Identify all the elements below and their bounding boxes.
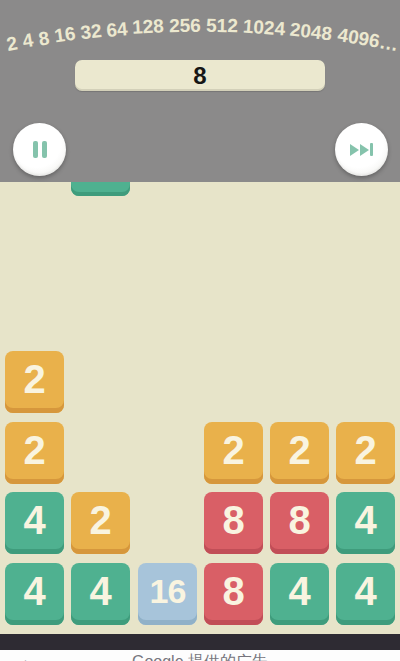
tile-4: 4 — [270, 563, 329, 625]
pause-icon — [33, 141, 47, 158]
sequence-number: 128 — [132, 16, 165, 40]
sequence-number: 2048 — [289, 19, 333, 46]
ad-banner[interactable]: ← Google 提供的广告 — [0, 650, 400, 661]
sequence-number: 8 — [37, 27, 51, 50]
tile-2: 2 — [336, 422, 395, 484]
tile-2: 2 — [204, 422, 263, 484]
tile-2: 2 — [5, 422, 64, 484]
tile-4: 4 — [5, 563, 64, 625]
ad-attribution-text: Google 提供的广告 — [0, 652, 400, 661]
fast-forward-button[interactable] — [335, 123, 388, 176]
tile-8: 8 — [204, 492, 263, 554]
tile-2: 2 — [5, 351, 64, 413]
game-screen: 248163264128256512102420484096… 8 222224… — [0, 0, 400, 661]
tile-4: 4 — [336, 492, 395, 554]
tile-8: 8 — [204, 563, 263, 625]
next-tile-value: 8 — [193, 62, 206, 90]
fast-forward-icon — [350, 143, 374, 156]
sequence-number: 32 — [79, 20, 102, 44]
sequence-number: 2 — [4, 32, 19, 56]
tile-sequence-arc: 248163264128256512102420484096… — [0, 0, 400, 60]
tile-4: 4 — [336, 563, 395, 625]
footer-divider-bar — [0, 634, 400, 650]
sequence-number: 1024 — [242, 16, 286, 41]
sequence-number: 512 — [206, 15, 238, 38]
sequence-number: 4 — [20, 29, 34, 53]
game-header: 248163264128256512102420484096… 8 — [0, 0, 400, 182]
game-board[interactable]: 22222428844416844 — [0, 182, 400, 634]
tile-2: 2 — [71, 492, 130, 554]
tile-8: 8 — [270, 492, 329, 554]
tile-4: 4 — [5, 492, 64, 554]
sequence-number: 256 — [169, 15, 201, 37]
tile-16: 16 — [138, 563, 197, 625]
pause-button[interactable] — [13, 123, 66, 176]
sequence-number: 4096… — [335, 24, 399, 56]
falling-tile — [71, 182, 130, 196]
next-tile-box: 8 — [75, 60, 325, 91]
tile-4: 4 — [71, 563, 130, 625]
sequence-number: 16 — [53, 23, 77, 48]
tile-2: 2 — [270, 422, 329, 484]
sequence-number: 64 — [105, 18, 128, 42]
